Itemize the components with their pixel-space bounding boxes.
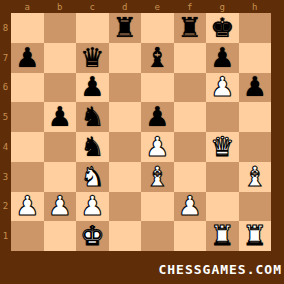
square-g7: ♟ <box>206 43 239 73</box>
square-b8 <box>44 13 77 43</box>
brand-text: CHESSGAMES.COM <box>158 262 282 277</box>
square-f3 <box>174 162 207 192</box>
square-g5 <box>206 102 239 132</box>
white-bishop-h3: ♝ <box>243 163 267 190</box>
square-e2 <box>141 192 174 222</box>
square-d6 <box>109 73 142 103</box>
square-d8: ♜ <box>109 13 142 43</box>
black-pawn-b5: ♟ <box>48 103 72 130</box>
black-pawn-a7: ♟ <box>15 44 39 71</box>
square-h6: ♟ <box>239 73 272 103</box>
square-g2 <box>206 192 239 222</box>
square-c6: ♟ <box>76 73 109 103</box>
chess-board: ♜♜♚♟♛♝♟♟♟♟♟♞♟♞♟♛♞♝♝♟♟♟♟♚♜♜ <box>11 13 271 251</box>
square-c5: ♞ <box>76 102 109 132</box>
black-king-g8: ♚ <box>210 14 234 41</box>
square-b5: ♟ <box>44 102 77 132</box>
square-d2 <box>109 192 142 222</box>
square-g4: ♛ <box>206 132 239 162</box>
white-pawn-a2: ♟ <box>15 192 39 219</box>
white-pawn-f2: ♟ <box>178 192 202 219</box>
rank-labels: 87654321 <box>0 13 11 251</box>
white-knight-c3: ♞ <box>80 163 104 190</box>
white-bishop-e3: ♝ <box>145 163 169 190</box>
square-a8 <box>11 13 44 43</box>
square-a5 <box>11 102 44 132</box>
square-b2: ♟ <box>44 192 77 222</box>
square-h5 <box>239 102 272 132</box>
square-d7 <box>109 43 142 73</box>
chess-diagram: abcdefgh 87654321 ♜♜♚♟♛♝♟♟♟♟♟♞♟♞♟♛♞♝♝♟♟♟… <box>0 0 284 284</box>
square-g3 <box>206 162 239 192</box>
square-f7 <box>174 43 207 73</box>
rank-label-4: 4 <box>0 132 11 162</box>
square-a4 <box>11 132 44 162</box>
square-e7: ♝ <box>141 43 174 73</box>
rank-label-6: 6 <box>0 73 11 103</box>
square-g8: ♚ <box>206 13 239 43</box>
square-f8: ♜ <box>174 13 207 43</box>
file-label-e: e <box>141 1 174 13</box>
square-h3: ♝ <box>239 162 272 192</box>
square-b1 <box>44 221 77 251</box>
file-label-a: a <box>11 1 44 13</box>
black-pawn-h6: ♟ <box>243 73 267 100</box>
square-c3: ♞ <box>76 162 109 192</box>
square-f2: ♟ <box>174 192 207 222</box>
square-d4 <box>109 132 142 162</box>
file-label-h: h <box>239 1 272 13</box>
square-a2: ♟ <box>11 192 44 222</box>
square-g1: ♜ <box>206 221 239 251</box>
file-label-b: b <box>44 1 77 13</box>
square-e6 <box>141 73 174 103</box>
square-c1: ♚ <box>76 221 109 251</box>
rank-label-8: 8 <box>0 13 11 43</box>
square-b7 <box>44 43 77 73</box>
rank-label-1: 1 <box>0 221 11 251</box>
black-rook-f8: ♜ <box>178 14 202 41</box>
black-knight-c4: ♞ <box>80 133 104 160</box>
square-e1 <box>141 221 174 251</box>
square-a1 <box>11 221 44 251</box>
square-c4: ♞ <box>76 132 109 162</box>
white-king-c1: ♚ <box>80 222 104 249</box>
square-f5 <box>174 102 207 132</box>
square-h4 <box>239 132 272 162</box>
square-e4: ♟ <box>141 132 174 162</box>
square-c2: ♟ <box>76 192 109 222</box>
square-d5 <box>109 102 142 132</box>
rank-label-5: 5 <box>0 102 11 132</box>
square-e5: ♟ <box>141 102 174 132</box>
square-c8 <box>76 13 109 43</box>
square-a7: ♟ <box>11 43 44 73</box>
square-h8 <box>239 13 272 43</box>
square-g6: ♟ <box>206 73 239 103</box>
square-c7: ♛ <box>76 43 109 73</box>
white-pawn-c2: ♟ <box>80 192 104 219</box>
white-queen-g4: ♛ <box>210 133 234 160</box>
square-f1 <box>174 221 207 251</box>
black-queen-c7: ♛ <box>80 44 104 71</box>
square-b4 <box>44 132 77 162</box>
rank-label-7: 7 <box>0 43 11 73</box>
white-pawn-e4: ♟ <box>145 133 169 160</box>
black-rook-d8: ♜ <box>113 14 137 41</box>
white-pawn-b2: ♟ <box>48 192 72 219</box>
black-knight-c5: ♞ <box>80 103 104 130</box>
rank-label-3: 3 <box>0 162 11 192</box>
black-bishop-e7: ♝ <box>145 44 169 71</box>
black-pawn-c6: ♟ <box>80 73 104 100</box>
square-a6 <box>11 73 44 103</box>
square-b3 <box>44 162 77 192</box>
white-rook-g1: ♜ <box>210 222 234 249</box>
square-a3 <box>11 162 44 192</box>
square-f6 <box>174 73 207 103</box>
square-d3 <box>109 162 142 192</box>
black-pawn-e5: ♟ <box>145 103 169 130</box>
square-e8 <box>141 13 174 43</box>
square-d1 <box>109 221 142 251</box>
square-h2 <box>239 192 272 222</box>
square-h1: ♜ <box>239 221 272 251</box>
white-pawn-g6: ♟ <box>210 73 234 100</box>
white-rook-h1: ♜ <box>243 222 267 249</box>
square-e3: ♝ <box>141 162 174 192</box>
black-pawn-g7: ♟ <box>210 44 234 71</box>
rank-label-2: 2 <box>0 192 11 222</box>
square-b6 <box>44 73 77 103</box>
square-f4 <box>174 132 207 162</box>
square-h7 <box>239 43 272 73</box>
file-label-c: c <box>76 1 109 13</box>
